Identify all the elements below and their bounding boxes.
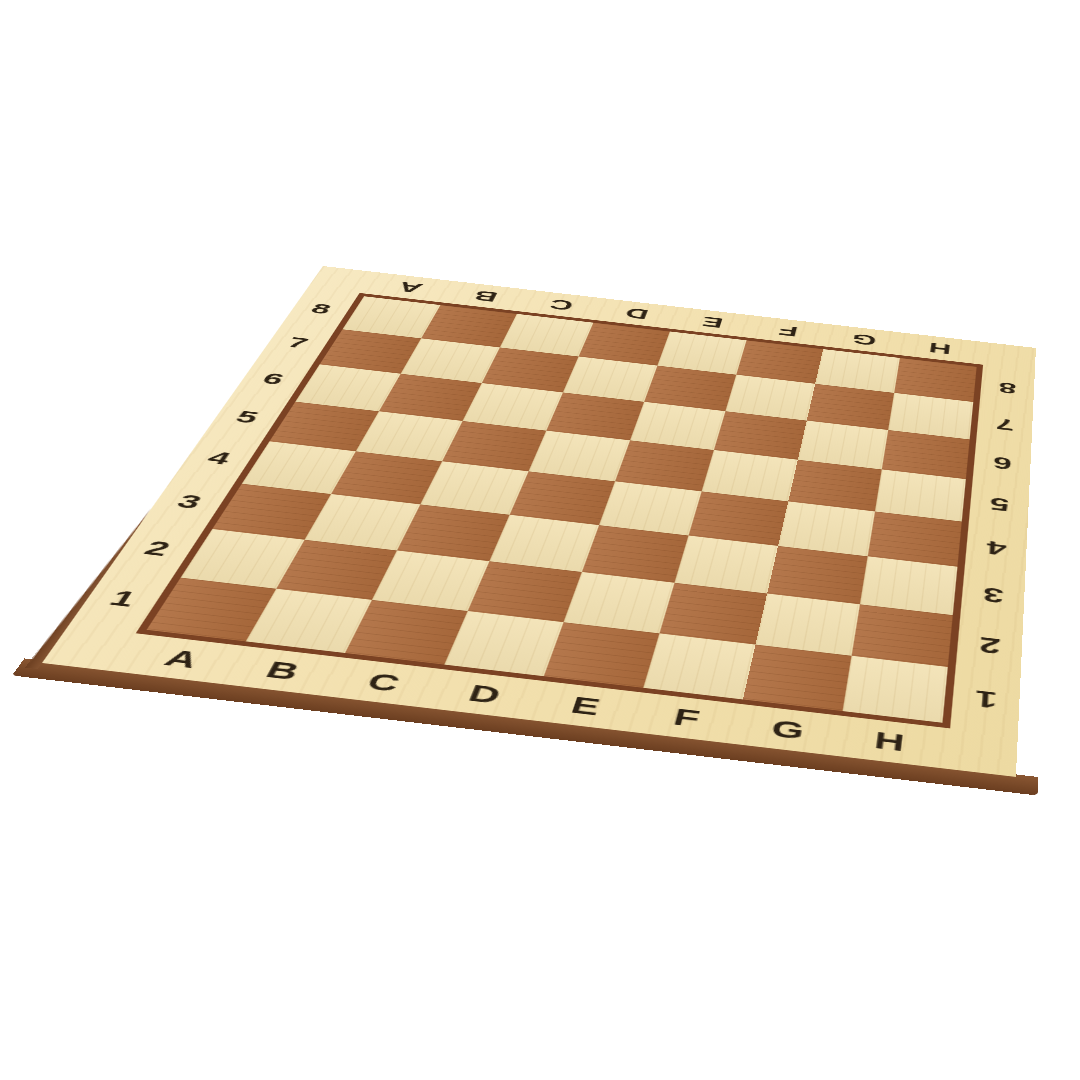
file-label-top-e: E	[700, 314, 725, 330]
file-label-top-c: C	[547, 297, 575, 313]
file-label-bottom-b: B	[262, 657, 304, 683]
rank-label-left-1: 1	[105, 587, 141, 611]
file-label-top-d: D	[623, 306, 650, 322]
rank-label-left-2: 2	[140, 537, 175, 559]
photo-background: ABCDEFGHABCDEFGH8765432187654321	[0, 0, 1080, 1080]
board-frame: ABCDEFGHABCDEFGH8765432187654321	[42, 266, 1036, 777]
file-label-bottom-d: D	[465, 681, 504, 708]
file-label-bottom-c: C	[363, 669, 403, 696]
rank-label-left-6: 6	[259, 370, 288, 387]
rank-label-left-8: 8	[308, 301, 335, 316]
file-label-top-f: F	[777, 323, 799, 338]
board-grid	[147, 296, 977, 722]
square-g1[interactable]	[743, 645, 852, 712]
square-e1[interactable]	[544, 622, 660, 688]
file-label-bottom-g: G	[770, 716, 807, 744]
rank-label-left-4: 4	[203, 448, 234, 467]
rank-label-left-7: 7	[284, 335, 312, 351]
rank-label-right-4: 4	[986, 538, 1007, 559]
chessboard: ABCDEFGHABCDEFGH8765432187654321	[42, 266, 1036, 777]
square-d1[interactable]	[444, 611, 563, 676]
file-label-bottom-h: H	[873, 728, 906, 756]
rank-label-right-6: 6	[992, 454, 1012, 472]
file-label-top-h: H	[928, 340, 952, 356]
playing-area-border	[136, 293, 983, 728]
file-label-top-a: A	[395, 280, 425, 295]
rank-label-left-5: 5	[232, 408, 262, 426]
rank-label-right-2: 2	[978, 633, 1001, 657]
rank-label-right-5: 5	[989, 494, 1009, 513]
file-label-bottom-e: E	[568, 693, 603, 720]
file-label-bottom-f: F	[671, 705, 702, 732]
rank-label-left-3: 3	[173, 491, 206, 512]
file-label-top-g: G	[851, 332, 878, 348]
rank-label-right-1: 1	[974, 687, 998, 712]
rank-label-right-3: 3	[982, 584, 1004, 606]
rank-label-right-8: 8	[998, 380, 1017, 396]
rank-label-right-7: 7	[995, 416, 1014, 433]
square-f1[interactable]	[643, 633, 755, 699]
file-label-bottom-a: A	[160, 646, 204, 672]
square-h1[interactable]	[843, 656, 948, 723]
file-label-top-b: B	[471, 288, 500, 303]
